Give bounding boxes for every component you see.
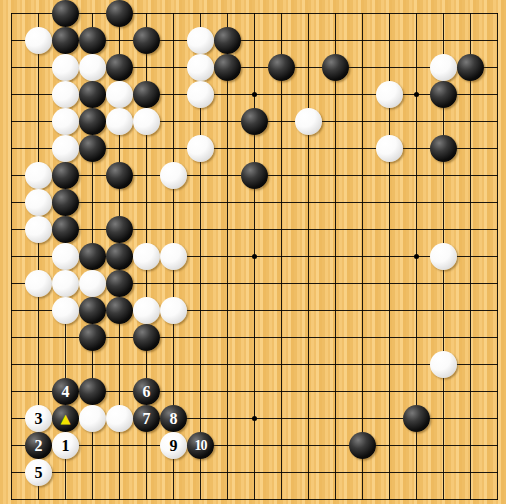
white-stone xyxy=(79,405,106,432)
white-stone xyxy=(52,135,79,162)
black-stone xyxy=(79,243,106,270)
move-number: 10 xyxy=(195,432,207,459)
black-stone: 7 xyxy=(133,405,160,432)
move-number: 1 xyxy=(62,432,70,459)
move-number: 9 xyxy=(170,432,178,459)
black-stone xyxy=(106,297,133,324)
white-stone: 1 xyxy=(52,432,79,459)
black-stone xyxy=(133,81,160,108)
white-stone xyxy=(25,189,52,216)
move-number: 7 xyxy=(143,405,151,432)
black-stone: 4 xyxy=(52,378,79,405)
white-stone xyxy=(106,405,133,432)
move-number: 5 xyxy=(35,459,43,486)
white-stone xyxy=(187,81,214,108)
black-stone xyxy=(214,27,241,54)
black-stone xyxy=(79,324,106,351)
white-stone xyxy=(25,27,52,54)
triangle-mark-icon: ▲ xyxy=(61,405,71,432)
move-number: 4 xyxy=(62,378,70,405)
white-stone xyxy=(160,243,187,270)
black-stone xyxy=(430,81,457,108)
black-stone xyxy=(79,81,106,108)
white-stone xyxy=(430,351,457,378)
white-stone: 9 xyxy=(160,432,187,459)
black-stone xyxy=(106,54,133,81)
white-stone xyxy=(79,270,106,297)
white-stone xyxy=(52,81,79,108)
black-stone xyxy=(106,0,133,27)
black-stone xyxy=(106,243,133,270)
black-stone xyxy=(430,135,457,162)
white-stone xyxy=(106,108,133,135)
white-stone xyxy=(25,270,52,297)
white-stone xyxy=(52,270,79,297)
black-stone: 10 xyxy=(187,432,214,459)
move-number: 8 xyxy=(170,405,178,432)
black-stone xyxy=(52,189,79,216)
white-stone xyxy=(133,108,160,135)
white-stone xyxy=(295,108,322,135)
black-stone xyxy=(214,54,241,81)
white-stone xyxy=(160,162,187,189)
black-stone xyxy=(322,54,349,81)
black-stone xyxy=(79,378,106,405)
black-stone xyxy=(133,324,160,351)
black-stone xyxy=(106,216,133,243)
white-stone xyxy=(52,54,79,81)
star-point xyxy=(252,416,257,421)
black-stone xyxy=(52,162,79,189)
white-stone: 5 xyxy=(25,459,52,486)
stone-grid: 463▲78219105 xyxy=(0,0,506,504)
move-number: 2 xyxy=(35,432,43,459)
white-stone xyxy=(52,108,79,135)
black-stone: ▲ xyxy=(52,405,79,432)
black-stone xyxy=(133,27,160,54)
black-stone xyxy=(106,270,133,297)
go-board[interactable]: 463▲78219105 xyxy=(0,0,506,504)
white-stone: 3 xyxy=(25,405,52,432)
white-stone xyxy=(187,54,214,81)
white-stone xyxy=(79,54,106,81)
black-stone xyxy=(52,27,79,54)
white-stone xyxy=(52,243,79,270)
black-stone xyxy=(79,108,106,135)
star-point xyxy=(414,254,419,259)
white-stone xyxy=(133,297,160,324)
move-number: 3 xyxy=(35,405,43,432)
white-stone xyxy=(187,135,214,162)
black-stone xyxy=(79,27,106,54)
move-number: 6 xyxy=(143,378,151,405)
white-stone xyxy=(160,297,187,324)
black-stone xyxy=(268,54,295,81)
black-stone xyxy=(106,162,133,189)
black-stone xyxy=(52,0,79,27)
black-stone xyxy=(52,216,79,243)
black-stone: 8 xyxy=(160,405,187,432)
black-stone: 6 xyxy=(133,378,160,405)
black-stone xyxy=(457,54,484,81)
white-stone xyxy=(187,27,214,54)
white-stone xyxy=(25,162,52,189)
white-stone xyxy=(376,135,403,162)
star-point xyxy=(414,92,419,97)
black-stone xyxy=(79,135,106,162)
white-stone xyxy=(25,216,52,243)
white-stone xyxy=(52,297,79,324)
star-point xyxy=(252,92,257,97)
black-stone xyxy=(241,108,268,135)
black-stone xyxy=(79,297,106,324)
black-stone: 2 xyxy=(25,432,52,459)
black-stone xyxy=(403,405,430,432)
white-stone xyxy=(430,243,457,270)
star-point xyxy=(252,254,257,259)
white-stone xyxy=(133,243,160,270)
black-stone xyxy=(241,162,268,189)
white-stone xyxy=(376,81,403,108)
black-stone xyxy=(349,432,376,459)
white-stone xyxy=(106,81,133,108)
white-stone xyxy=(430,54,457,81)
